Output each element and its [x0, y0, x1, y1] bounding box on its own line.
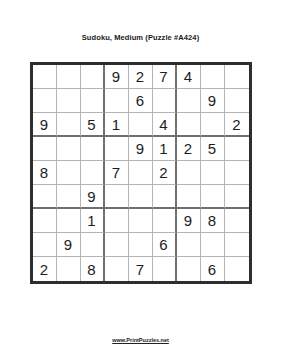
cell-r8c5[interactable] — [129, 233, 153, 257]
cell-r9c1[interactable]: 2 — [33, 257, 57, 281]
cell-r1c6[interactable]: 7 — [153, 65, 177, 89]
cell-r5c1[interactable]: 8 — [33, 161, 57, 185]
cell-r1c8[interactable] — [201, 65, 225, 89]
cell-r2c6[interactable] — [153, 89, 177, 113]
cell-r7c1[interactable] — [33, 209, 57, 233]
cell-r3c9[interactable]: 2 — [225, 113, 249, 137]
cell-r5c8[interactable] — [201, 161, 225, 185]
cell-r6c8[interactable] — [201, 185, 225, 209]
cell-r7c7[interactable]: 9 — [177, 209, 201, 233]
cell-r6c1[interactable] — [33, 185, 57, 209]
cell-r3c8[interactable] — [201, 113, 225, 137]
cell-r2c8[interactable]: 9 — [201, 89, 225, 113]
cell-r8c2[interactable]: 9 — [57, 233, 81, 257]
cell-r7c3[interactable]: 1 — [81, 209, 105, 233]
cell-r7c5[interactable] — [129, 209, 153, 233]
cell-r6c2[interactable] — [57, 185, 81, 209]
cell-r5c7[interactable] — [177, 161, 201, 185]
cell-r9c9[interactable] — [225, 257, 249, 281]
cell-r4c1[interactable] — [33, 137, 57, 161]
cell-r6c7[interactable] — [177, 185, 201, 209]
cell-r7c2[interactable] — [57, 209, 81, 233]
cell-r4c9[interactable] — [225, 137, 249, 161]
cell-r1c4[interactable]: 9 — [105, 65, 129, 89]
cell-r4c6[interactable]: 1 — [153, 137, 177, 161]
cell-r7c8[interactable]: 8 — [201, 209, 225, 233]
cell-r6c3[interactable]: 9 — [81, 185, 105, 209]
cell-r5c6[interactable]: 2 — [153, 161, 177, 185]
cell-r2c5[interactable]: 6 — [129, 89, 153, 113]
cell-r8c8[interactable] — [201, 233, 225, 257]
cell-r8c6[interactable]: 6 — [153, 233, 177, 257]
cell-r9c8[interactable]: 6 — [201, 257, 225, 281]
cell-r5c9[interactable] — [225, 161, 249, 185]
cell-r1c7[interactable]: 4 — [177, 65, 201, 89]
cell-r5c5[interactable] — [129, 161, 153, 185]
cell-r3c2[interactable] — [57, 113, 81, 137]
cell-r3c1[interactable]: 9 — [33, 113, 57, 137]
cell-r9c5[interactable]: 7 — [129, 257, 153, 281]
cell-r9c6[interactable] — [153, 257, 177, 281]
cell-r7c6[interactable] — [153, 209, 177, 233]
cell-r1c2[interactable] — [57, 65, 81, 89]
cell-r1c9[interactable] — [225, 65, 249, 89]
cell-r4c2[interactable] — [57, 137, 81, 161]
cell-r6c4[interactable] — [105, 185, 129, 209]
cell-r6c5[interactable] — [129, 185, 153, 209]
cell-r2c7[interactable] — [177, 89, 201, 113]
cell-r3c4[interactable]: 1 — [105, 113, 129, 137]
page: Sudoku, Medium (Puzzle #A424) 9274699514… — [0, 0, 281, 363]
cell-r8c9[interactable] — [225, 233, 249, 257]
cell-r1c1[interactable] — [33, 65, 57, 89]
cell-r4c5[interactable]: 9 — [129, 137, 153, 161]
cell-r6c9[interactable] — [225, 185, 249, 209]
cell-r2c9[interactable] — [225, 89, 249, 113]
cell-r9c4[interactable] — [105, 257, 129, 281]
cell-r2c3[interactable] — [81, 89, 105, 113]
cell-r2c2[interactable] — [57, 89, 81, 113]
cell-r9c3[interactable]: 8 — [81, 257, 105, 281]
cell-r8c7[interactable] — [177, 233, 201, 257]
cell-r8c3[interactable] — [81, 233, 105, 257]
cell-r1c3[interactable] — [81, 65, 105, 89]
footer-link[interactable]: www.PrintPuzzles.net — [0, 337, 281, 343]
cell-r6c6[interactable] — [153, 185, 177, 209]
cell-r4c8[interactable]: 5 — [201, 137, 225, 161]
cell-r4c3[interactable] — [81, 137, 105, 161]
cell-r8c4[interactable] — [105, 233, 129, 257]
cell-r2c1[interactable] — [33, 89, 57, 113]
cell-r4c4[interactable] — [105, 137, 129, 161]
cell-r5c2[interactable] — [57, 161, 81, 185]
cell-r4c7[interactable]: 2 — [177, 137, 201, 161]
cell-r1c5[interactable]: 2 — [129, 65, 153, 89]
cell-r5c3[interactable] — [81, 161, 105, 185]
cell-r9c2[interactable] — [57, 257, 81, 281]
cell-r3c3[interactable]: 5 — [81, 113, 105, 137]
cell-r7c9[interactable] — [225, 209, 249, 233]
cell-r3c7[interactable] — [177, 113, 201, 137]
cell-r3c5[interactable] — [129, 113, 153, 137]
sudoku-board: 9274699514291258729198962876 — [30, 62, 252, 284]
cell-r7c4[interactable] — [105, 209, 129, 233]
cell-r8c1[interactable] — [33, 233, 57, 257]
cell-r3c6[interactable]: 4 — [153, 113, 177, 137]
cell-r5c4[interactable]: 7 — [105, 161, 129, 185]
cell-r2c4[interactable] — [105, 89, 129, 113]
cell-r9c7[interactable] — [177, 257, 201, 281]
page-title: Sudoku, Medium (Puzzle #A424) — [0, 33, 281, 42]
